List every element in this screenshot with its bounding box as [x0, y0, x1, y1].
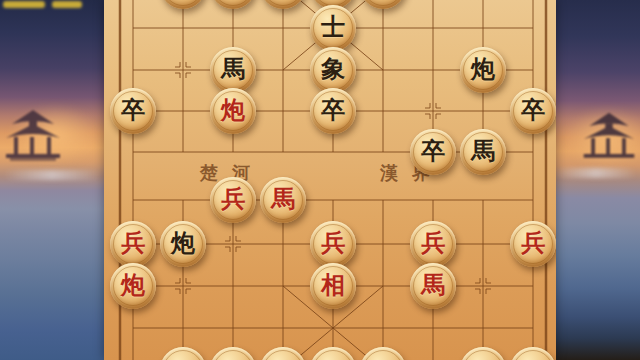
- piece-red-炮[interactable]: 炮: [210, 88, 256, 134]
- piece-glyph: 馬: [421, 262, 445, 308]
- pavilion-silhouette-icon: [580, 110, 638, 170]
- piece-red-兵[interactable]: 兵: [110, 221, 156, 267]
- piece-red-炮[interactable]: 炮: [110, 263, 156, 309]
- piece-black-馬[interactable]: 馬: [460, 129, 506, 175]
- piece-black-卒[interactable]: 卒: [110, 88, 156, 134]
- piece-black-炮[interactable]: 炮: [460, 47, 506, 93]
- piece-glyph: 兵: [221, 176, 245, 222]
- water-reflection: [556, 168, 636, 178]
- piece-glyph: 卒: [321, 87, 345, 133]
- piece-glyph: 士: [321, 4, 345, 50]
- xiangqi-board: 楚河 漢界 士馬象炮卒炮卒卒卒馬兵馬兵炮兵兵兵炮相馬: [104, 0, 556, 360]
- cutoff-caption-fragment: [3, 1, 45, 8]
- piece-glyph: 馬: [471, 128, 495, 174]
- piece-black-士[interactable]: 士: [310, 5, 356, 51]
- piece-glyph: 炮: [121, 262, 145, 308]
- piece-glyph: 兵: [421, 220, 445, 266]
- piece-glyph: 卒: [521, 87, 545, 133]
- piece-black-卒[interactable]: 卒: [510, 88, 556, 134]
- piece-glyph: 炮: [221, 87, 245, 133]
- video-frame: 楚河 漢界 士馬象炮卒炮卒卒卒馬兵馬兵炮兵兵兵炮相馬: [0, 0, 640, 360]
- piece-red-兵[interactable]: 兵: [510, 221, 556, 267]
- piece-black-卒[interactable]: 卒: [310, 88, 356, 134]
- piece-black-炮[interactable]: 炮: [160, 221, 206, 267]
- piece-glyph: 馬: [221, 46, 245, 92]
- piece-black-卒[interactable]: 卒: [410, 129, 456, 175]
- piece-red-馬[interactable]: 馬: [410, 263, 456, 309]
- piece-red-馬[interactable]: 馬: [260, 177, 306, 223]
- piece-red-兵[interactable]: 兵: [410, 221, 456, 267]
- piece-red-相[interactable]: 相: [310, 263, 356, 309]
- piece-glyph: 馬: [271, 176, 295, 222]
- pavilion-silhouette-icon: [2, 108, 64, 170]
- piece-glyph: 炮: [471, 46, 495, 92]
- piece-glyph: 卒: [121, 87, 145, 133]
- water-reflection: [4, 170, 100, 180]
- piece-glyph: 兵: [521, 220, 545, 266]
- cutoff-caption-fragment: [52, 1, 82, 8]
- piece-glyph: 象: [321, 46, 345, 92]
- piece-glyph: 兵: [121, 220, 145, 266]
- piece-glyph: 卒: [421, 128, 445, 174]
- background-left-strip: [0, 0, 104, 360]
- piece-glyph: 相: [321, 262, 345, 308]
- background-right-strip: [556, 0, 640, 360]
- piece-glyph: 炮: [171, 220, 195, 266]
- piece-glyph: 兵: [321, 220, 345, 266]
- piece-red-兵[interactable]: 兵: [310, 221, 356, 267]
- piece-red-兵[interactable]: 兵: [210, 177, 256, 223]
